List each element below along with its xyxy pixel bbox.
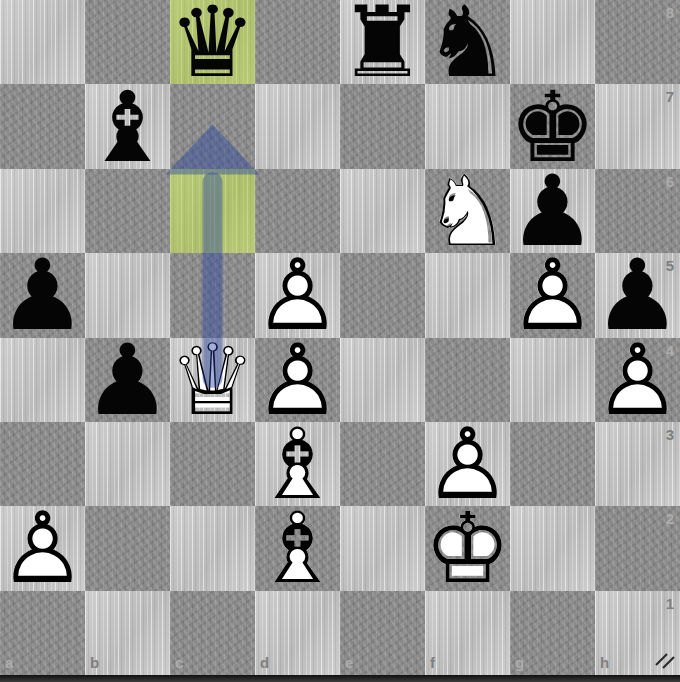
rank-label: 2 <box>666 510 674 527</box>
file-label: c <box>175 654 183 671</box>
square-c4[interactable]: ♛♕ <box>170 338 255 422</box>
square-e6[interactable] <box>340 169 425 253</box>
rank-label: 6 <box>666 173 674 190</box>
black-pawn-glyph: ♟ <box>0 253 85 337</box>
square-a7[interactable] <box>0 84 85 168</box>
white-king-outline: ♔ <box>425 506 510 590</box>
square-b1[interactable]: b <box>85 591 170 675</box>
square-e3[interactable] <box>340 422 425 506</box>
square-e4[interactable] <box>340 338 425 422</box>
chess-board-widget: ♛♜♞8♝♚7♞♘♟6♟♟♙♟♙5♟♟♛♕♟♙4♟♙♝♗♟♙3♟♙♝♗♚♔2ab… <box>0 0 680 682</box>
white-pawn[interactable]: ♟♙ <box>595 338 680 422</box>
rank-label: 7 <box>666 88 674 105</box>
square-d7[interactable] <box>255 84 340 168</box>
black-pawn[interactable]: ♟ <box>0 253 85 337</box>
square-e8[interactable]: ♜ <box>340 0 425 84</box>
square-c8[interactable]: ♛ <box>170 0 255 84</box>
square-g3[interactable] <box>510 422 595 506</box>
black-queen[interactable]: ♛ <box>170 0 255 84</box>
file-label: e <box>345 654 353 671</box>
square-b4[interactable]: ♟ <box>85 338 170 422</box>
white-queen[interactable]: ♛♕ <box>170 338 255 422</box>
square-g2[interactable] <box>510 506 595 590</box>
file-label: h <box>600 654 609 671</box>
white-pawn-outline: ♙ <box>0 506 85 590</box>
square-h8[interactable]: 8 <box>595 0 680 84</box>
black-bishop[interactable]: ♝ <box>85 84 170 168</box>
square-g1[interactable]: g <box>510 591 595 675</box>
square-a8[interactable] <box>0 0 85 84</box>
square-e5[interactable] <box>340 253 425 337</box>
square-a5[interactable]: ♟ <box>0 253 85 337</box>
white-queen-outline: ♕ <box>170 338 255 422</box>
square-f6[interactable]: ♞♘ <box>425 169 510 253</box>
white-pawn-outline: ♙ <box>510 253 595 337</box>
square-d2[interactable]: ♝♗ <box>255 506 340 590</box>
black-pawn[interactable]: ♟ <box>85 338 170 422</box>
last-move-highlight <box>170 169 255 253</box>
white-king[interactable]: ♚♔ <box>425 506 510 590</box>
black-knight-glyph: ♞ <box>425 0 510 84</box>
file-label: f <box>430 654 435 671</box>
square-f2[interactable]: ♚♔ <box>425 506 510 590</box>
square-c1[interactable]: c <box>170 591 255 675</box>
square-h7[interactable]: 7 <box>595 84 680 168</box>
square-b7[interactable]: ♝ <box>85 84 170 168</box>
white-knight[interactable]: ♞♘ <box>425 169 510 253</box>
square-b2[interactable] <box>85 506 170 590</box>
square-g5[interactable]: ♟♙ <box>510 253 595 337</box>
square-h4[interactable]: 4♟♙ <box>595 338 680 422</box>
white-pawn[interactable]: ♟♙ <box>510 253 595 337</box>
black-pawn-glyph: ♟ <box>85 338 170 422</box>
square-a2[interactable]: ♟♙ <box>0 506 85 590</box>
square-c6[interactable] <box>170 169 255 253</box>
square-e1[interactable]: e <box>340 591 425 675</box>
rank-label: 1 <box>666 595 674 612</box>
file-label: b <box>90 654 99 671</box>
black-knight[interactable]: ♞ <box>425 0 510 84</box>
square-c2[interactable] <box>170 506 255 590</box>
black-rook[interactable]: ♜ <box>340 0 425 84</box>
chess-board: ♛♜♞8♝♚7♞♘♟6♟♟♙♟♙5♟♟♛♕♟♙4♟♙♝♗♟♙3♟♙♝♗♚♔2ab… <box>0 0 680 675</box>
black-rook-glyph: ♜ <box>340 0 425 84</box>
square-f8[interactable]: ♞ <box>425 0 510 84</box>
white-pawn-outline: ♙ <box>595 338 680 422</box>
board-bottom-edge <box>0 675 680 682</box>
white-bishop[interactable]: ♝♗ <box>255 506 340 590</box>
white-bishop-outline: ♗ <box>255 506 340 590</box>
black-queen-glyph: ♛ <box>170 0 255 84</box>
black-bishop-glyph: ♝ <box>85 84 170 168</box>
square-d8[interactable] <box>255 0 340 84</box>
file-label: a <box>5 654 13 671</box>
file-label: d <box>260 654 269 671</box>
rank-label: 8 <box>666 4 674 21</box>
resize-handle-icon[interactable] <box>655 652 675 670</box>
white-pawn[interactable]: ♟♙ <box>0 506 85 590</box>
square-h2[interactable]: 2 <box>595 506 680 590</box>
file-label: g <box>515 654 524 671</box>
white-knight-outline: ♘ <box>425 169 510 253</box>
square-e2[interactable] <box>340 506 425 590</box>
